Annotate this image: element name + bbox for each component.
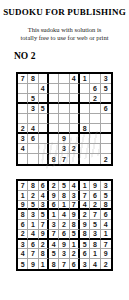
solution-cell-r6c6: 5 (70, 230, 80, 240)
puzzle-cell-r1c8 (90, 74, 100, 84)
solution-cell-r6c2: 4 (28, 230, 38, 240)
solution-cell-r8c7: 6 (80, 249, 90, 259)
solution-cell-r7c6: 1 (70, 240, 80, 250)
solution-cell-r2c4: 9 (49, 191, 59, 201)
puzzle-cell-r2c2 (28, 84, 38, 94)
puzzle-cell-r3c3 (39, 94, 49, 104)
solution-cell-r9c7: 3 (80, 259, 90, 269)
puzzle-cell-r5c3 (39, 114, 49, 124)
puzzle-cell-r5c6 (70, 114, 80, 124)
puzzle-cell-r1c7: 1 (80, 74, 90, 84)
solution-cell-r8c8: 1 (90, 249, 100, 259)
puzzle-cell-r6c2: 4 (28, 124, 38, 134)
solution-cell-r9c9: 2 (101, 259, 111, 269)
puzzle-cell-r8c5: 3 (59, 144, 69, 154)
puzzle-cell-r3c4 (49, 94, 59, 104)
page-subtitle: This sudoku with solution is totally fre… (0, 26, 129, 42)
solution-cell-r3c3: 3 (39, 201, 49, 211)
puzzle-cell-r8c3 (39, 144, 49, 154)
solution-cell-r4c2: 3 (28, 210, 38, 220)
solution-cell-r5c6: 8 (70, 220, 80, 230)
puzzle-cell-r2c1 (18, 84, 28, 94)
puzzle-cell-r4c6 (70, 104, 80, 114)
solution-cell-r8c1: 4 (18, 249, 28, 259)
solution-cell-r9c2: 9 (28, 259, 38, 269)
puzzle-cell-r5c5 (59, 114, 69, 124)
puzzle-cell-r2c5 (59, 84, 69, 94)
solution-cell-r4c6: 9 (70, 210, 80, 220)
puzzle-cell-r1c4 (49, 74, 59, 84)
puzzle-cell-r1c9: 3 (101, 74, 111, 84)
solution-cell-r8c9: 9 (101, 249, 111, 259)
solution-cell-r1c4: 2 (49, 181, 59, 191)
solution-cell-r2c8: 6 (90, 191, 100, 201)
solution-cell-r4c8: 7 (90, 210, 100, 220)
puzzle-cell-r4c2: 3 (28, 104, 38, 114)
puzzle-cell-r7c9 (101, 134, 111, 144)
solution-cell-r2c7: 7 (80, 191, 90, 201)
solution-cell-r3c5: 1 (59, 201, 69, 211)
solution-cell-r4c5: 4 (59, 210, 69, 220)
puzzle-cell-r7c7 (80, 134, 90, 144)
solution-cell-r8c5: 3 (59, 249, 69, 259)
solution-cell-r7c5: 9 (59, 240, 69, 250)
puzzle-cell-r9c5: 7 (59, 154, 69, 164)
puzzle-cell-r3c2: 5 (28, 94, 38, 104)
puzzle-cell-r9c1 (18, 154, 28, 164)
puzzle-cell-r3c1 (18, 94, 28, 104)
puzzle-cell-r6c5 (59, 124, 69, 134)
solution-cell-r6c3: 9 (39, 230, 49, 240)
puzzle-cell-r3c5 (59, 94, 69, 104)
puzzle-cell-r5c2 (28, 114, 38, 124)
solution-cell-r7c9: 7 (101, 240, 111, 250)
puzzle-cell-r9c3 (39, 154, 49, 164)
puzzle-cell-r5c9 (101, 114, 111, 124)
solution-cell-r8c4: 5 (49, 249, 59, 259)
puzzle-cell-r8c4 (49, 144, 59, 154)
solution-cell-r5c2: 1 (28, 220, 38, 230)
solution-cell-r4c9: 6 (101, 210, 111, 220)
puzzle-cell-r8c2 (28, 144, 38, 154)
puzzle-cell-r8c8 (90, 144, 100, 154)
puzzle-cell-r1c6: 4 (70, 74, 80, 84)
solution-cell-r2c2: 2 (28, 191, 38, 201)
puzzle-cell-r5c8 (90, 114, 100, 124)
puzzle-cell-r8c1: 4 (18, 144, 28, 154)
solution-cell-r4c4: 1 (49, 210, 59, 220)
solution-cell-r7c7: 5 (80, 240, 90, 250)
solution-cell-r9c8: 4 (90, 259, 100, 269)
solution-cell-r7c8: 8 (90, 240, 100, 250)
solution-cell-r3c6: 7 (70, 201, 80, 211)
puzzle-cell-r4c8 (90, 104, 100, 114)
puzzle-cell-r6c4 (49, 124, 59, 134)
solution-cell-r2c3: 4 (39, 191, 49, 201)
solution-cell-r3c1: 9 (18, 201, 28, 211)
solution-cell-r9c3: 1 (39, 259, 49, 269)
solution-cell-r6c7: 8 (80, 230, 90, 240)
puzzle-cell-r7c1: 3 (18, 134, 28, 144)
solution-cell-r1c6: 4 (70, 181, 80, 191)
solution-cell-r6c8: 3 (90, 230, 100, 240)
solution-cell-r8c6: 2 (70, 249, 80, 259)
solution-cell-r3c8: 2 (90, 201, 100, 211)
puzzle-cell-r7c6 (70, 134, 80, 144)
puzzle-cell-r9c2 (28, 154, 38, 164)
puzzle-cell-r4c4 (49, 104, 59, 114)
solution-cell-r9c4: 8 (49, 259, 59, 269)
solution-cell-r9c6: 6 (70, 259, 80, 269)
puzzle-cell-r8c9 (101, 144, 111, 154)
solution-cell-r3c9: 8 (101, 201, 111, 211)
puzzle-cell-r8c7 (80, 144, 90, 154)
puzzle-number-label: NO 2 (14, 51, 35, 61)
page-title: SUDOKU FOR PUBLISHING (0, 7, 129, 17)
solution-cell-r5c9: 4 (101, 220, 111, 230)
solution-cell-r5c1: 6 (18, 220, 28, 230)
solution-cell-r1c3: 6 (39, 181, 49, 191)
solution-cell-r5c8: 5 (90, 220, 100, 230)
subtitle-line-1: This sudoku with solution is (0, 26, 129, 34)
subtitle-line-2: totally free to use for web or print (0, 34, 129, 42)
puzzle-cell-r9c6 (70, 154, 80, 164)
solution-cell-r2c6: 3 (70, 191, 80, 201)
puzzle-cell-r9c7 (80, 154, 90, 164)
puzzle-cell-r4c1 (18, 104, 28, 114)
solution-cell-r7c3: 2 (39, 240, 49, 250)
solution-cell-r8c2: 7 (28, 249, 38, 259)
puzzle-cell-r2c7 (80, 84, 90, 94)
puzzle-cell-r5c1 (18, 114, 28, 124)
puzzle-cell-r6c7: 8 (80, 124, 90, 134)
puzzle-cell-r1c3 (39, 74, 49, 84)
puzzle-cell-r9c4: 8 (49, 154, 59, 164)
solution-cell-r6c1: 2 (18, 230, 28, 240)
puzzle-cell-r6c9 (101, 124, 111, 134)
solution-cell-r8c3: 8 (39, 249, 49, 259)
solution-cell-r4c1: 8 (18, 210, 28, 220)
solution-cell-r2c9: 5 (101, 191, 111, 201)
solution-cell-r2c5: 8 (59, 191, 69, 201)
solution-cell-r5c7: 9 (80, 220, 90, 230)
solution-cell-r6c9: 1 (101, 230, 111, 240)
puzzle-cell-r9c8 (90, 154, 100, 164)
solution-cell-r5c5: 2 (59, 220, 69, 230)
solution-cell-r1c9: 3 (101, 181, 111, 191)
sudoku-puzzle-board: 7841346552356248369432872 (16, 72, 113, 166)
solution-cell-r1c5: 5 (59, 181, 69, 191)
solution-cell-r5c3: 7 (39, 220, 49, 230)
puzzle-cell-r7c3 (39, 134, 49, 144)
puzzle-cell-r3c7 (80, 94, 90, 104)
solution-cell-r3c2: 5 (28, 201, 38, 211)
solution-cell-r5c4: 3 (49, 220, 59, 230)
puzzle-cell-r7c2: 6 (28, 134, 38, 144)
solution-cell-r6c5: 6 (59, 230, 69, 240)
solution-cell-r4c7: 2 (80, 210, 90, 220)
puzzle-cell-r2c3: 4 (39, 84, 49, 94)
sudoku-solution-board: 7862541931249837659536174288351492766173… (16, 179, 113, 271)
solution-cell-r3c4: 6 (49, 201, 59, 211)
puzzle-cell-r4c9: 6 (101, 104, 111, 114)
solution-cell-r3c7: 4 (80, 201, 90, 211)
puzzle-cell-r6c1: 2 (18, 124, 28, 134)
puzzle-cell-r5c7 (80, 114, 90, 124)
puzzle-cell-r7c8 (90, 134, 100, 144)
solution-cell-r7c4: 4 (49, 240, 59, 250)
puzzle-cell-r6c6 (70, 124, 80, 134)
puzzle-cell-r7c4 (49, 134, 59, 144)
puzzle-cell-r5c4 (49, 114, 59, 124)
solution-cell-r9c5: 7 (59, 259, 69, 269)
puzzle-cell-r4c5 (59, 104, 69, 114)
puzzle-cell-r2c4 (49, 84, 59, 94)
solution-cell-r7c1: 3 (18, 240, 28, 250)
puzzle-cell-r8c6: 2 (70, 144, 80, 154)
puzzle-cell-r9c9: 2 (101, 154, 111, 164)
solution-cell-r1c8: 9 (90, 181, 100, 191)
puzzle-cell-r1c2: 8 (28, 74, 38, 84)
puzzle-cell-r1c1: 7 (18, 74, 28, 84)
puzzle-cell-r6c3 (39, 124, 49, 134)
solution-cell-r2c1: 1 (18, 191, 28, 201)
puzzle-cell-r3c6 (70, 94, 80, 104)
puzzle-cell-r4c3: 5 (39, 104, 49, 114)
puzzle-cell-r3c9 (101, 94, 111, 104)
puzzle-cell-r2c6 (70, 84, 80, 94)
solution-cell-r1c2: 8 (28, 181, 38, 191)
puzzle-cell-r7c5: 9 (59, 134, 69, 144)
solution-cell-r4c3: 5 (39, 210, 49, 220)
solution-cell-r6c4: 7 (49, 230, 59, 240)
puzzle-cell-r2c9: 5 (101, 84, 111, 94)
solution-cell-r1c1: 7 (18, 181, 28, 191)
puzzle-cell-r6c8 (90, 124, 100, 134)
solution-cell-r9c1: 5 (18, 259, 28, 269)
puzzle-cell-r3c8: 2 (90, 94, 100, 104)
puzzle-cell-r2c8: 6 (90, 84, 100, 94)
puzzle-cell-r4c7 (80, 104, 90, 114)
solution-cell-r7c2: 6 (28, 240, 38, 250)
solution-cell-r1c7: 1 (80, 181, 90, 191)
puzzle-cell-r1c5 (59, 74, 69, 84)
